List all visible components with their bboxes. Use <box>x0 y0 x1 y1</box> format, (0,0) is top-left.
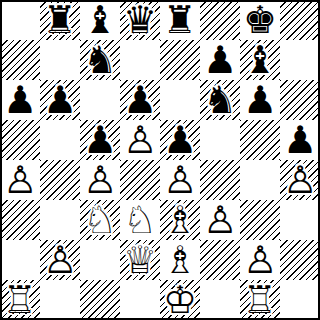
square-f4[interactable] <box>200 160 240 200</box>
piece-black-pawn[interactable]: ♟ <box>200 40 240 80</box>
piece-black-pawn[interactable]: ♟ <box>40 80 80 120</box>
piece-white-king-fill: ♚ <box>160 280 200 320</box>
square-d3[interactable]: ♞♘ <box>120 200 160 240</box>
piece-white-queen[interactable]: ♕ <box>120 240 160 280</box>
piece-white-rook-fill: ♜ <box>0 280 40 320</box>
square-g5[interactable] <box>240 120 280 160</box>
square-f5[interactable] <box>200 120 240 160</box>
square-a6[interactable]: ♟ <box>0 80 40 120</box>
square-c2[interactable] <box>80 240 120 280</box>
piece-white-pawn-fill: ♟ <box>280 160 320 200</box>
square-b3[interactable] <box>40 200 80 240</box>
square-h2[interactable] <box>280 240 320 280</box>
piece-white-bishop-fill: ♝ <box>160 200 200 240</box>
square-a1[interactable]: ♜♖ <box>0 280 40 320</box>
piece-white-rook[interactable]: ♖ <box>0 280 40 320</box>
board-squares: ♜♝♛♜♚♞♟♝♟♟♟♞♟♟♟♙♟♟♟♙♟♙♟♙♟♙♞♘♞♘♝♗♟♙♟♙♛♕♝♗… <box>0 0 320 320</box>
square-g4[interactable] <box>240 160 280 200</box>
square-a7[interactable] <box>0 40 40 80</box>
piece-white-pawn-fill: ♟ <box>160 160 200 200</box>
square-g8[interactable]: ♚ <box>240 0 280 40</box>
square-h5[interactable]: ♟ <box>280 120 320 160</box>
square-d5[interactable]: ♟♙ <box>120 120 160 160</box>
square-e8[interactable]: ♜ <box>160 0 200 40</box>
piece-black-knight[interactable]: ♞ <box>80 40 120 80</box>
square-h7[interactable] <box>280 40 320 80</box>
square-a8[interactable] <box>0 0 40 40</box>
piece-white-knight[interactable]: ♘ <box>120 200 160 240</box>
piece-white-pawn[interactable]: ♙ <box>80 160 120 200</box>
square-h6[interactable] <box>280 80 320 120</box>
piece-white-pawn[interactable]: ♙ <box>160 160 200 200</box>
piece-white-rook[interactable]: ♖ <box>240 280 280 320</box>
square-c6[interactable] <box>80 80 120 120</box>
piece-white-pawn-fill: ♟ <box>80 160 120 200</box>
square-e6[interactable] <box>160 80 200 120</box>
square-b5[interactable] <box>40 120 80 160</box>
square-a3[interactable] <box>0 200 40 240</box>
piece-white-pawn-fill: ♟ <box>120 120 160 160</box>
square-b2[interactable]: ♟♙ <box>40 240 80 280</box>
square-g6[interactable]: ♟ <box>240 80 280 120</box>
square-e5[interactable]: ♟ <box>160 120 200 160</box>
square-d7[interactable] <box>120 40 160 80</box>
piece-white-pawn[interactable]: ♙ <box>280 160 320 200</box>
square-g1[interactable]: ♜♖ <box>240 280 280 320</box>
square-a4[interactable]: ♟♙ <box>0 160 40 200</box>
square-e1[interactable]: ♚♔ <box>160 280 200 320</box>
square-e2[interactable]: ♝♗ <box>160 240 200 280</box>
square-g7[interactable]: ♝ <box>240 40 280 80</box>
chess-board: ♜♝♛♜♚♞♟♝♟♟♟♞♟♟♟♙♟♟♟♙♟♙♟♙♟♙♞♘♞♘♝♗♟♙♟♙♛♕♝♗… <box>0 0 320 320</box>
piece-white-rook-fill: ♜ <box>240 280 280 320</box>
piece-white-pawn-fill: ♟ <box>200 200 240 240</box>
piece-white-pawn-fill: ♟ <box>0 160 40 200</box>
square-f8[interactable] <box>200 0 240 40</box>
piece-black-rook[interactable]: ♜ <box>160 0 200 40</box>
piece-white-pawn[interactable]: ♙ <box>0 160 40 200</box>
square-d4[interactable] <box>120 160 160 200</box>
piece-white-bishop-fill: ♝ <box>160 240 200 280</box>
square-f3[interactable]: ♟♙ <box>200 200 240 240</box>
piece-white-bishop[interactable]: ♗ <box>160 200 200 240</box>
square-b4[interactable] <box>40 160 80 200</box>
piece-black-pawn[interactable]: ♟ <box>0 80 40 120</box>
square-h4[interactable]: ♟♙ <box>280 160 320 200</box>
square-a5[interactable] <box>0 120 40 160</box>
piece-white-bishop[interactable]: ♗ <box>160 240 200 280</box>
piece-white-pawn-fill: ♟ <box>40 240 80 280</box>
square-e3[interactable]: ♝♗ <box>160 200 200 240</box>
square-h3[interactable] <box>280 200 320 240</box>
square-d2[interactable]: ♛♕ <box>120 240 160 280</box>
piece-black-bishop[interactable]: ♝ <box>80 0 120 40</box>
piece-white-knight-fill: ♞ <box>120 200 160 240</box>
piece-white-pawn[interactable]: ♙ <box>200 200 240 240</box>
square-b6[interactable]: ♟ <box>40 80 80 120</box>
square-g3[interactable] <box>240 200 280 240</box>
square-c8[interactable]: ♝ <box>80 0 120 40</box>
square-d1[interactable] <box>120 280 160 320</box>
square-e7[interactable] <box>160 40 200 80</box>
square-c4[interactable]: ♟♙ <box>80 160 120 200</box>
piece-white-pawn[interactable]: ♙ <box>120 120 160 160</box>
piece-white-pawn-fill: ♟ <box>240 240 280 280</box>
square-h8[interactable] <box>280 0 320 40</box>
square-b7[interactable] <box>40 40 80 80</box>
square-e4[interactable]: ♟♙ <box>160 160 200 200</box>
piece-white-queen-fill: ♛ <box>120 240 160 280</box>
square-c1[interactable] <box>80 280 120 320</box>
piece-black-king[interactable]: ♚ <box>240 0 280 40</box>
square-f2[interactable] <box>200 240 240 280</box>
piece-black-pawn[interactable]: ♟ <box>280 120 320 160</box>
piece-black-pawn[interactable]: ♟ <box>160 120 200 160</box>
square-c3[interactable]: ♞♘ <box>80 200 120 240</box>
square-b8[interactable]: ♜ <box>40 0 80 40</box>
square-h1[interactable] <box>280 280 320 320</box>
square-d6[interactable]: ♟ <box>120 80 160 120</box>
square-f6[interactable]: ♞ <box>200 80 240 120</box>
piece-white-knight-fill: ♞ <box>80 200 120 240</box>
piece-black-pawn[interactable]: ♟ <box>120 80 160 120</box>
piece-black-bishop[interactable]: ♝ <box>240 40 280 80</box>
piece-white-king[interactable]: ♔ <box>160 280 200 320</box>
square-f7[interactable]: ♟ <box>200 40 240 80</box>
piece-black-knight[interactable]: ♞ <box>200 80 240 120</box>
square-c5[interactable]: ♟ <box>80 120 120 160</box>
square-c7[interactable]: ♞ <box>80 40 120 80</box>
square-b1[interactable] <box>40 280 80 320</box>
square-a2[interactable] <box>0 240 40 280</box>
piece-black-queen[interactable]: ♛ <box>120 0 160 40</box>
piece-black-rook[interactable]: ♜ <box>40 0 80 40</box>
piece-white-pawn[interactable]: ♙ <box>240 240 280 280</box>
square-f1[interactable] <box>200 280 240 320</box>
square-d8[interactable]: ♛ <box>120 0 160 40</box>
piece-white-pawn[interactable]: ♙ <box>40 240 80 280</box>
piece-black-pawn[interactable]: ♟ <box>240 80 280 120</box>
square-g2[interactable]: ♟♙ <box>240 240 280 280</box>
piece-black-pawn[interactable]: ♟ <box>80 120 120 160</box>
piece-white-knight[interactable]: ♘ <box>80 200 120 240</box>
